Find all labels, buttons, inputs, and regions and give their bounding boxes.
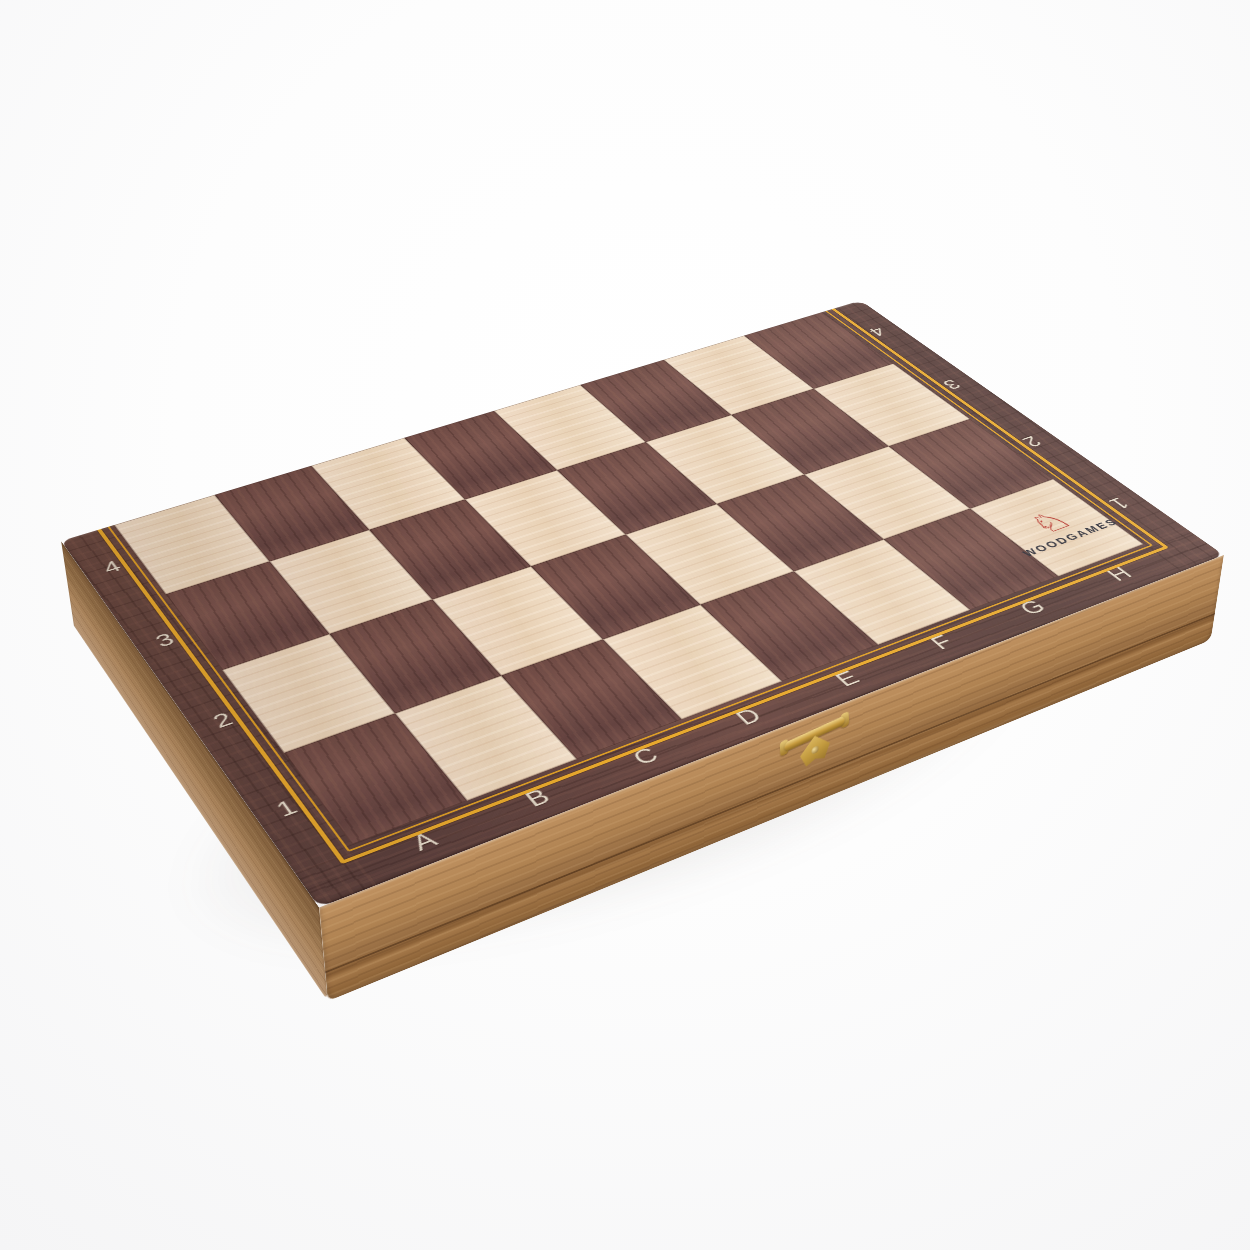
scene: ♘ WOODGAMES ABCDEFGH 4321 4321 bbox=[0, 0, 1250, 1250]
square-d1 bbox=[603, 605, 782, 720]
square-e1 bbox=[700, 571, 878, 681]
square-a3 bbox=[166, 561, 330, 670]
square-c1 bbox=[501, 639, 681, 759]
square-c2 bbox=[432, 566, 603, 675]
square-b1 bbox=[395, 676, 577, 801]
square-a1 bbox=[284, 713, 467, 844]
square-b2 bbox=[329, 599, 501, 713]
square-d2 bbox=[531, 535, 700, 640]
square-f1 bbox=[794, 539, 970, 644]
square-a2 bbox=[222, 634, 395, 753]
